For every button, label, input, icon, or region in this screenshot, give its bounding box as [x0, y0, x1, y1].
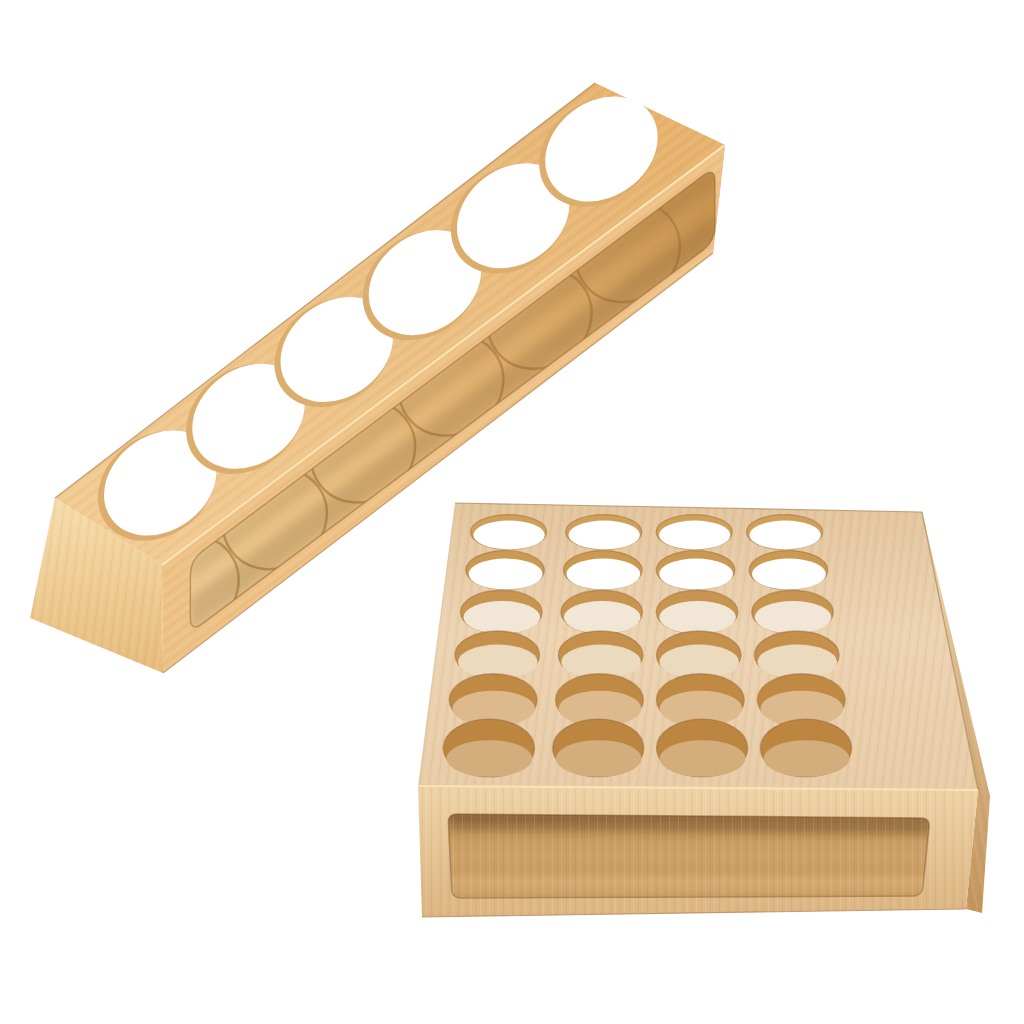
tray-pit-floor-r2c1: [469, 559, 543, 590]
tray-pit-floor-r1c4: [749, 521, 820, 550]
tray-opening-interior: [448, 814, 930, 898]
tray-pit-floor-r2c3: [659, 559, 733, 590]
tray-pit-floor-r3c4: [755, 601, 832, 634]
wood-grain-overlay: [448, 814, 930, 898]
tray-pit-floor-r3c3: [659, 601, 736, 634]
tray-pit-floor-r6c3: [660, 740, 746, 777]
tray-pit-floor-r3c2: [564, 601, 641, 634]
scene-svg: [0, 0, 1024, 1024]
product-photo: [0, 0, 1024, 1024]
tray-pit-floor-r2c2: [566, 559, 640, 590]
tray-pit-floor-r1c1: [473, 521, 544, 550]
tray-pit-floor-r6c2: [556, 740, 642, 777]
tray-pit-floor-r1c2: [569, 521, 640, 550]
tray-pit-floor-r3c1: [464, 601, 541, 634]
tray-pit-floor-r6c4: [764, 740, 850, 777]
tray-pit-floor-r1c3: [659, 521, 730, 550]
tray-pit-floor-r6c1: [447, 740, 533, 777]
tray-24-hole-board: [418, 503, 990, 917]
tray-pit-floor-r2c4: [752, 559, 826, 590]
